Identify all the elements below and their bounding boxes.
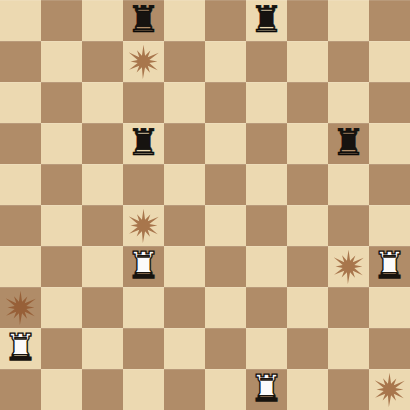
square-c3-r2[interactable] (123, 82, 164, 123)
square-c0-r6[interactable] (0, 246, 41, 287)
burst-icon (371, 371, 408, 408)
square-c2-r8[interactable] (82, 328, 123, 369)
square-c8-r1[interactable] (328, 41, 369, 82)
square-c2-r4[interactable] (82, 164, 123, 205)
square-c3-r0[interactable]: ♜ (123, 0, 164, 41)
square-c3-r8[interactable] (123, 328, 164, 369)
square-c3-r6[interactable]: ♜ (123, 246, 164, 287)
square-c0-r4[interactable] (0, 164, 41, 205)
square-c5-r0[interactable] (205, 0, 246, 41)
square-c3-r7[interactable] (123, 287, 164, 328)
square-c5-r2[interactable] (205, 82, 246, 123)
square-c1-r2[interactable] (41, 82, 82, 123)
square-c1-r9[interactable] (41, 369, 82, 410)
square-c0-r5[interactable] (0, 205, 41, 246)
square-c6-r0[interactable]: ♜ (246, 0, 287, 41)
square-c6-r7[interactable] (246, 287, 287, 328)
square-c8-r9[interactable] (328, 369, 369, 410)
square-c7-r8[interactable] (287, 328, 328, 369)
square-c1-r0[interactable] (41, 0, 82, 41)
square-c6-r8[interactable] (246, 328, 287, 369)
square-c2-r5[interactable] (82, 205, 123, 246)
square-c8-r5[interactable] (328, 205, 369, 246)
square-c8-r4[interactable] (328, 164, 369, 205)
square-c3-r5[interactable] (123, 205, 164, 246)
square-c4-r6[interactable] (164, 246, 205, 287)
square-c4-r5[interactable] (164, 205, 205, 246)
square-c9-r5[interactable] (369, 205, 410, 246)
square-c8-r7[interactable] (328, 287, 369, 328)
square-c4-r9[interactable] (164, 369, 205, 410)
square-c2-r2[interactable] (82, 82, 123, 123)
square-c5-r1[interactable] (205, 41, 246, 82)
square-c0-r1[interactable] (0, 41, 41, 82)
square-c6-r2[interactable] (246, 82, 287, 123)
square-c7-r9[interactable] (287, 369, 328, 410)
square-c5-r8[interactable] (205, 328, 246, 369)
square-c5-r4[interactable] (205, 164, 246, 205)
square-c9-r2[interactable] (369, 82, 410, 123)
square-c5-r7[interactable] (205, 287, 246, 328)
square-c7-r4[interactable] (287, 164, 328, 205)
square-c4-r0[interactable] (164, 0, 205, 41)
square-c2-r6[interactable] (82, 246, 123, 287)
square-c2-r9[interactable] (82, 369, 123, 410)
square-c4-r7[interactable] (164, 287, 205, 328)
square-c4-r2[interactable] (164, 82, 205, 123)
square-c6-r6[interactable] (246, 246, 287, 287)
square-c6-r3[interactable] (246, 123, 287, 164)
black-rook[interactable]: ♜ (127, 0, 160, 40)
square-c5-r6[interactable] (205, 246, 246, 287)
square-c7-r2[interactable] (287, 82, 328, 123)
square-c9-r8[interactable] (369, 328, 410, 369)
square-c2-r0[interactable] (82, 0, 123, 41)
square-c5-r3[interactable] (205, 123, 246, 164)
square-c4-r1[interactable] (164, 41, 205, 82)
square-c9-r4[interactable] (369, 164, 410, 205)
square-c1-r5[interactable] (41, 205, 82, 246)
square-c8-r0[interactable] (328, 0, 369, 41)
black-rook[interactable]: ♜ (250, 0, 283, 40)
black-rook[interactable]: ♜ (332, 122, 365, 163)
white-rook[interactable]: ♜ (4, 327, 37, 368)
burst-icon (125, 207, 162, 244)
square-c8-r3[interactable]: ♜ (328, 123, 369, 164)
square-c6-r5[interactable] (246, 205, 287, 246)
square-c6-r9[interactable]: ♜ (246, 369, 287, 410)
square-c6-r1[interactable] (246, 41, 287, 82)
square-c8-r8[interactable] (328, 328, 369, 369)
square-c7-r6[interactable] (287, 246, 328, 287)
square-c2-r7[interactable] (82, 287, 123, 328)
square-c1-r4[interactable] (41, 164, 82, 205)
square-c7-r7[interactable] (287, 287, 328, 328)
square-c8-r6[interactable] (328, 246, 369, 287)
square-c3-r1[interactable] (123, 41, 164, 82)
square-c1-r3[interactable] (41, 123, 82, 164)
white-rook[interactable]: ♜ (127, 245, 160, 286)
square-c9-r7[interactable] (369, 287, 410, 328)
square-c4-r8[interactable] (164, 328, 205, 369)
black-rook[interactable]: ♜ (127, 122, 160, 163)
square-c0-r7[interactable] (0, 287, 41, 328)
square-c0-r3[interactable] (0, 123, 41, 164)
square-c2-r1[interactable] (82, 41, 123, 82)
square-c7-r5[interactable] (287, 205, 328, 246)
square-c6-r4[interactable] (246, 164, 287, 205)
square-c9-r1[interactable] (369, 41, 410, 82)
burst-icon (125, 43, 162, 80)
square-c3-r3[interactable]: ♜ (123, 123, 164, 164)
square-c8-r2[interactable] (328, 82, 369, 123)
burst-icon (330, 248, 367, 285)
square-c7-r3[interactable] (287, 123, 328, 164)
square-c3-r4[interactable] (123, 164, 164, 205)
square-c1-r7[interactable] (41, 287, 82, 328)
square-c9-r3[interactable] (369, 123, 410, 164)
square-c0-r2[interactable] (0, 82, 41, 123)
burst-icon (2, 289, 39, 326)
square-c2-r3[interactable] (82, 123, 123, 164)
square-c7-r1[interactable] (287, 41, 328, 82)
square-c4-r3[interactable] (164, 123, 205, 164)
square-c7-r0[interactable] (287, 0, 328, 41)
square-c1-r8[interactable] (41, 328, 82, 369)
square-c9-r9[interactable] (369, 369, 410, 410)
square-c1-r6[interactable] (41, 246, 82, 287)
square-c0-r9[interactable] (0, 369, 41, 410)
square-c4-r4[interactable] (164, 164, 205, 205)
game-board: ♜♜♜♜♜♜♜♜ (0, 0, 410, 410)
square-c9-r0[interactable] (369, 0, 410, 41)
square-c5-r5[interactable] (205, 205, 246, 246)
square-c9-r6[interactable]: ♜ (369, 246, 410, 287)
square-c5-r9[interactable] (205, 369, 246, 410)
white-rook[interactable]: ♜ (373, 245, 406, 286)
square-c0-r8[interactable]: ♜ (0, 328, 41, 369)
square-c3-r9[interactable] (123, 369, 164, 410)
square-c0-r0[interactable] (0, 0, 41, 41)
square-c1-r1[interactable] (41, 41, 82, 82)
white-rook[interactable]: ♜ (250, 368, 283, 409)
